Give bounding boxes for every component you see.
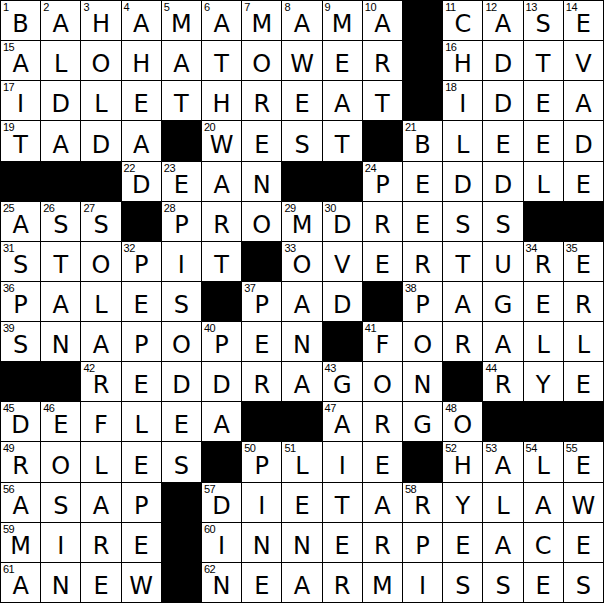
cell-letter: E <box>134 454 149 482</box>
cell-r9c10[interactable]: 41F <box>363 322 402 361</box>
cell-letter: E <box>254 333 269 361</box>
cell-r14c14[interactable]: C <box>524 523 563 562</box>
cell-r7c5[interactable]: I <box>162 242 201 281</box>
cell-r4c9[interactable]: T <box>323 121 362 160</box>
cell-r8c8[interactable]: A <box>282 282 321 321</box>
cell-r2c4[interactable]: H <box>122 41 161 80</box>
cell-letter: P <box>415 293 429 321</box>
cell-r2c9[interactable]: E <box>323 41 362 80</box>
cell-letter: L <box>135 413 148 441</box>
cell-r12c13[interactable]: 53A <box>483 442 522 481</box>
cell-r3c2[interactable]: D <box>41 81 80 120</box>
cell-letter: R <box>495 373 512 401</box>
cell-letter: A <box>133 12 149 40</box>
cell-r14c11[interactable]: P <box>403 523 442 562</box>
cell-r10c3[interactable]: 42R <box>81 362 120 401</box>
cell-letter: S <box>13 253 28 281</box>
clue-number: 39 <box>3 322 14 334</box>
cell-r13c9[interactable]: T <box>323 483 362 522</box>
cell-r7c6[interactable]: T <box>202 242 241 281</box>
cell-r7c4[interactable]: 32P <box>122 242 161 281</box>
cell-letter: A <box>495 454 511 482</box>
cell-letter: R <box>414 253 431 281</box>
cell-r7c9[interactable]: V <box>323 242 362 281</box>
block-cell-r10c1 <box>1 362 40 401</box>
cell-letter: I <box>218 534 225 562</box>
cell-letter: T <box>214 52 229 80</box>
clue-number: 51 <box>284 442 295 454</box>
cell-r8c15[interactable]: R <box>564 282 603 321</box>
cell-r3c7[interactable]: R <box>242 81 281 120</box>
cell-r10c10[interactable]: O <box>363 362 402 401</box>
cell-letter: S <box>13 333 28 361</box>
cell-letter: R <box>374 213 391 241</box>
clue-number: 52 <box>445 442 456 454</box>
cell-r2c10[interactable]: R <box>363 41 402 80</box>
cell-r4c7[interactable]: E <box>242 121 281 160</box>
cell-r3c3[interactable]: L <box>81 81 120 120</box>
cell-r11c9[interactable]: 47A <box>323 402 362 441</box>
cell-r2c8[interactable]: W <box>282 41 321 80</box>
cell-letter: B <box>12 12 28 40</box>
cell-r7c10[interactable]: E <box>363 242 402 281</box>
cell-r6c13[interactable]: S <box>483 202 522 241</box>
cell-r13c4[interactable]: P <box>122 483 161 522</box>
cell-r13c10[interactable]: A <box>363 483 402 522</box>
cell-letter: T <box>455 253 470 281</box>
cell-r11c2[interactable]: 46E <box>41 402 80 441</box>
cell-r9c15[interactable]: L <box>564 322 603 361</box>
block-cell-r11c7 <box>242 402 281 441</box>
cell-letter: A <box>213 413 229 441</box>
cell-r4c3[interactable]: D <box>81 121 120 160</box>
cell-r3c10[interactable]: T <box>363 81 402 120</box>
cell-r4c15[interactable]: D <box>564 121 603 160</box>
cell-r8c3[interactable]: L <box>81 282 120 321</box>
cell-r8c11[interactable]: 38P <box>403 282 442 321</box>
cell-r13c12[interactable]: Y <box>443 483 482 522</box>
cell-letter: N <box>293 534 311 562</box>
cell-r12c14[interactable]: 54L <box>524 442 563 481</box>
cell-letter: E <box>174 173 189 201</box>
cell-letter: R <box>12 454 29 482</box>
cell-letter: E <box>455 534 470 562</box>
cell-r14c2[interactable]: I <box>41 523 80 562</box>
clue-number: 15 <box>3 41 14 53</box>
cell-letter: T <box>375 92 390 120</box>
cell-letter: W <box>129 574 153 602</box>
cell-letter: M <box>171 12 192 40</box>
cell-r3c12[interactable]: 18I <box>443 81 482 120</box>
cell-letter: P <box>13 293 27 321</box>
cell-r8c13[interactable]: G <box>483 282 522 321</box>
cell-r7c12[interactable]: T <box>443 242 482 281</box>
cell-r15c11[interactable]: I <box>403 563 442 602</box>
cell-r1c5[interactable]: 5M <box>162 1 201 40</box>
cell-r3c15[interactable]: A <box>564 81 603 120</box>
cell-letter: A <box>173 52 189 80</box>
cell-r2c5[interactable]: A <box>162 41 201 80</box>
cell-r1c13[interactable]: 12A <box>483 1 522 40</box>
cell-r13c11[interactable]: 58R <box>403 483 442 522</box>
cell-letter: E <box>536 133 551 161</box>
cell-r5c15[interactable]: E <box>564 162 603 201</box>
clue-number: 32 <box>124 242 135 254</box>
cell-r12c4[interactable]: E <box>122 442 161 481</box>
cell-r15c15[interactable]: S <box>564 563 603 602</box>
cell-letter: N <box>52 574 70 602</box>
cell-r14c7[interactable]: N <box>242 523 281 562</box>
cell-r6c6[interactable]: R <box>202 202 241 241</box>
cell-r1c14[interactable]: 13S <box>524 1 563 40</box>
clue-number: 4 <box>124 1 130 13</box>
cell-r12c1[interactable]: 49R <box>1 442 40 481</box>
cell-r3c1[interactable]: 17I <box>1 81 40 120</box>
cell-r13c7[interactable]: I <box>242 483 281 522</box>
cell-r10c15[interactable]: E <box>564 362 603 401</box>
cell-letter: W <box>210 133 234 161</box>
cell-r7c11[interactable]: R <box>403 242 442 281</box>
cell-r14c4[interactable]: E <box>122 523 161 562</box>
cell-letter: D <box>574 133 592 161</box>
clue-number: 25 <box>3 202 14 214</box>
cell-r1c7[interactable]: 7M <box>242 1 281 40</box>
cell-letter: W <box>572 494 596 522</box>
cell-letter: L <box>456 133 469 161</box>
cell-r15c14[interactable]: E <box>524 563 563 602</box>
cell-r11c1[interactable]: 45D <box>1 402 40 441</box>
cell-r12c5[interactable]: S <box>162 442 201 481</box>
cell-r14c9[interactable]: E <box>323 523 362 562</box>
block-cell-r9c9 <box>323 322 362 361</box>
cell-r10c7[interactable]: R <box>242 362 281 401</box>
cell-r11c10[interactable]: R <box>363 402 402 441</box>
cell-letter: E <box>134 373 149 401</box>
cell-r9c14[interactable]: L <box>524 322 563 361</box>
block-cell-r6c14 <box>524 202 563 241</box>
cell-r9c7[interactable]: E <box>242 322 281 361</box>
clue-number: 48 <box>445 402 456 414</box>
cell-r4c1[interactable]: 19T <box>1 121 40 160</box>
cell-r5c10[interactable]: 24P <box>363 162 402 201</box>
cell-r10c4[interactable]: E <box>122 362 161 401</box>
cell-r4c11[interactable]: 21B <box>403 121 442 160</box>
cell-r2c7[interactable]: O <box>242 41 281 80</box>
cell-letter: A <box>53 12 69 40</box>
block-cell-r14c5 <box>162 523 201 562</box>
cell-r10c8[interactable]: A <box>282 362 321 401</box>
cell-r6c2[interactable]: 26S <box>41 202 80 241</box>
cell-r3c14[interactable]: E <box>524 81 563 120</box>
cell-r13c13[interactable]: L <box>483 483 522 522</box>
cell-r13c15[interactable]: W <box>564 483 603 522</box>
cell-letter: A <box>495 333 511 361</box>
cell-r6c7[interactable]: O <box>242 202 281 241</box>
cell-r2c14[interactable]: T <box>524 41 563 80</box>
cell-r9c6[interactable]: 40P <box>202 322 241 361</box>
cell-letter: L <box>537 333 550 361</box>
cell-r9c8[interactable]: N <box>282 322 321 361</box>
cell-letter: D <box>212 373 230 401</box>
cell-r3c6[interactable]: H <box>202 81 241 120</box>
cell-r9c4[interactable]: P <box>122 322 161 361</box>
cell-r5c12[interactable]: D <box>443 162 482 201</box>
cell-letter: E <box>536 92 551 120</box>
cell-letter: O <box>92 253 111 281</box>
cell-r1c6[interactable]: 6A <box>202 1 241 40</box>
cell-letter: P <box>134 494 148 522</box>
cell-letter: R <box>334 574 351 602</box>
cell-r11c5[interactable]: E <box>162 402 201 441</box>
cell-r10c6[interactable]: D <box>202 362 241 401</box>
clue-number: 62 <box>204 563 215 575</box>
block-cell-r5c3 <box>81 162 120 201</box>
cell-r10c5[interactable]: D <box>162 362 201 401</box>
cell-r8c5[interactable]: S <box>162 282 201 321</box>
block-cell-r8c6 <box>202 282 241 321</box>
cell-letter: O <box>413 333 432 361</box>
cell-r1c3[interactable]: 3H <box>81 1 120 40</box>
cell-r8c2[interactable]: A <box>41 282 80 321</box>
cell-letter: T <box>214 253 229 281</box>
cell-r14c1[interactable]: 59M <box>1 523 40 562</box>
clue-number: 49 <box>3 442 14 454</box>
cell-r15c1[interactable]: 61A <box>1 563 40 602</box>
cell-r12c12[interactable]: 52H <box>443 442 482 481</box>
cell-r15c3[interactable]: E <box>81 563 120 602</box>
cell-letter: E <box>576 454 591 482</box>
cell-r15c12[interactable]: S <box>443 563 482 602</box>
cell-letter: S <box>495 213 510 241</box>
block-cell-r6c4 <box>122 202 161 241</box>
cell-r12c7[interactable]: 50P <box>242 442 281 481</box>
cell-letter: R <box>535 253 552 281</box>
cell-r5c14[interactable]: L <box>524 162 563 201</box>
cell-letter: I <box>178 253 185 281</box>
cell-r5c7[interactable]: N <box>242 162 281 201</box>
cell-letter: S <box>495 574 510 602</box>
cell-r12c3[interactable]: L <box>81 442 120 481</box>
cell-r9c11[interactable]: O <box>403 322 442 361</box>
cell-letter: E <box>53 413 68 441</box>
cell-letter: P <box>174 213 188 241</box>
cell-r6c9[interactable]: 30D <box>323 202 362 241</box>
cell-r11c11[interactable]: G <box>403 402 442 441</box>
cell-letter: A <box>374 494 390 522</box>
cell-letter: S <box>174 454 189 482</box>
cell-r3c5[interactable]: T <box>162 81 201 120</box>
cell-letter: R <box>575 293 592 321</box>
cell-r10c11[interactable]: N <box>403 362 442 401</box>
cell-letter: S <box>53 213 68 241</box>
cell-r9c13[interactable]: A <box>483 322 522 361</box>
cell-r9c5[interactable]: O <box>162 322 201 361</box>
cell-r4c6[interactable]: 20W <box>202 121 241 160</box>
cell-r9c12[interactable]: R <box>443 322 482 361</box>
cell-r9c3[interactable]: A <box>81 322 120 361</box>
cell-r13c3[interactable]: A <box>81 483 120 522</box>
cell-r10c14[interactable]: Y <box>524 362 563 401</box>
block-cell-r6c15 <box>564 202 603 241</box>
cell-r7c13[interactable]: U <box>483 242 522 281</box>
clue-number: 9 <box>325 1 331 13</box>
cell-r12c8[interactable]: 51L <box>282 442 321 481</box>
cell-r8c7[interactable]: 37P <box>242 282 281 321</box>
clue-number: 10 <box>365 1 376 13</box>
cell-r15c10[interactable]: M <box>363 563 402 602</box>
cell-r3c8[interactable]: E <box>282 81 321 120</box>
cell-r15c2[interactable]: N <box>41 563 80 602</box>
cell-r1c10[interactable]: 10A <box>363 1 402 40</box>
cell-r6c11[interactable]: E <box>403 202 442 241</box>
block-cell-r10c12 <box>443 362 482 401</box>
cell-r5c11[interactable]: E <box>403 162 442 201</box>
cell-r6c1[interactable]: 25A <box>1 202 40 241</box>
cell-r15c9[interactable]: R <box>323 563 362 602</box>
cell-r5c4[interactable]: 22D <box>122 162 161 201</box>
cell-r1c15[interactable]: 14E <box>564 1 603 40</box>
clue-number: 5 <box>164 1 170 13</box>
cell-r13c8[interactable]: E <box>282 483 321 522</box>
cell-r3c9[interactable]: A <box>323 81 362 120</box>
cell-letter: S <box>576 574 591 602</box>
cell-r5c13[interactable]: D <box>483 162 522 201</box>
block-cell-r7c7 <box>242 242 281 281</box>
cell-r4c4[interactable]: A <box>122 121 161 160</box>
cell-r7c3[interactable]: O <box>81 242 120 281</box>
cell-r10c13[interactable]: 44R <box>483 362 522 401</box>
cell-r14c13[interactable]: A <box>483 523 522 562</box>
cell-letter: T <box>335 133 350 161</box>
cell-r4c12[interactable]: L <box>443 121 482 160</box>
cell-r5c6[interactable]: A <box>202 162 241 201</box>
cell-r4c14[interactable]: E <box>524 121 563 160</box>
cell-r12c10[interactable]: E <box>363 442 402 481</box>
cell-r3c13[interactable]: D <box>483 81 522 120</box>
cell-letter: S <box>455 213 470 241</box>
cell-r6c5[interactable]: 28P <box>162 202 201 241</box>
cell-r1c2[interactable]: 2A <box>41 1 80 40</box>
cell-letter: P <box>375 173 389 201</box>
cell-r1c4[interactable]: 4A <box>122 1 161 40</box>
cell-r13c2[interactable]: S <box>41 483 80 522</box>
cell-letter: E <box>134 92 149 120</box>
cell-r10c9[interactable]: 43G <box>323 362 362 401</box>
cell-letter: S <box>536 12 551 40</box>
cell-letter: A <box>12 213 28 241</box>
cell-r9c1[interactable]: 39S <box>1 322 40 361</box>
cell-r4c2[interactable]: A <box>41 121 80 160</box>
cell-r13c1[interactable]: 56A <box>1 483 40 522</box>
cell-r7c2[interactable]: T <box>41 242 80 281</box>
cell-letter: P <box>255 454 269 482</box>
cell-r2c15[interactable]: V <box>564 41 603 80</box>
cell-r1c9[interactable]: 9M <box>323 1 362 40</box>
cell-r15c8[interactable]: A <box>282 563 321 602</box>
cell-r15c4[interactable]: W <box>122 563 161 602</box>
cell-r12c2[interactable]: O <box>41 442 80 481</box>
cell-r7c8[interactable]: 33O <box>282 242 321 281</box>
cell-r8c12[interactable]: A <box>443 282 482 321</box>
cell-r7c15[interactable]: 35E <box>564 242 603 281</box>
cell-r1c1[interactable]: 1B <box>1 1 40 40</box>
cell-r13c14[interactable]: A <box>524 483 563 522</box>
cell-letter: E <box>536 293 551 321</box>
cell-letter: Y <box>455 494 470 522</box>
cell-r4c8[interactable]: S <box>282 121 321 160</box>
cell-r13c6[interactable]: 57D <box>202 483 241 522</box>
cell-letter: R <box>93 373 110 401</box>
cell-r6c8[interactable]: 29M <box>282 202 321 241</box>
cell-letter: D <box>52 92 70 120</box>
cell-letter: H <box>213 92 231 120</box>
cell-r1c8[interactable]: 8A <box>282 1 321 40</box>
block-cell-r11c15 <box>564 402 603 441</box>
cell-r4c13[interactable]: E <box>483 121 522 160</box>
cell-r8c4[interactable]: E <box>122 282 161 321</box>
cell-r2c1[interactable]: 15A <box>1 41 40 80</box>
cell-letter: O <box>252 52 271 80</box>
block-cell-r3c11 <box>403 81 442 120</box>
cell-letter: A <box>334 92 350 120</box>
cell-r12c9[interactable]: I <box>323 442 362 481</box>
cell-r2c13[interactable]: D <box>483 41 522 80</box>
clue-number: 36 <box>3 282 14 294</box>
cell-r5c5[interactable]: 23E <box>162 162 201 201</box>
cell-letter: R <box>374 413 391 441</box>
cell-r2c6[interactable]: T <box>202 41 241 80</box>
clue-number: 8 <box>284 1 290 13</box>
cell-r14c12[interactable]: E <box>443 523 482 562</box>
cell-letter: L <box>94 454 107 482</box>
clue-number: 7 <box>244 1 250 13</box>
cell-letter: S <box>93 213 108 241</box>
cell-r14c15[interactable]: E <box>564 523 603 562</box>
cell-r12c15[interactable]: 55E <box>564 442 603 481</box>
cell-r1c12[interactable]: 11C <box>443 1 482 40</box>
cell-r8c14[interactable]: E <box>524 282 563 321</box>
cell-r14c6[interactable]: 60I <box>202 523 241 562</box>
cell-letter: P <box>134 253 148 281</box>
cell-r8c9[interactable]: D <box>323 282 362 321</box>
cell-r9c2[interactable]: N <box>41 322 80 361</box>
cell-r8c1[interactable]: 36P <box>1 282 40 321</box>
cell-r11c3[interactable]: F <box>81 402 120 441</box>
cell-r6c10[interactable]: R <box>363 202 402 241</box>
cell-r11c6[interactable]: A <box>202 402 241 441</box>
cell-r14c10[interactable]: R <box>363 523 402 562</box>
cell-letter: D <box>333 213 351 241</box>
block-cell-r10c2 <box>41 362 80 401</box>
cell-r7c14[interactable]: 34R <box>524 242 563 281</box>
cell-r14c3[interactable]: R <box>81 523 120 562</box>
cell-r15c7[interactable]: E <box>242 563 281 602</box>
cell-r6c12[interactable]: S <box>443 202 482 241</box>
cell-r15c13[interactable]: S <box>483 563 522 602</box>
cell-r2c12[interactable]: 16H <box>443 41 482 80</box>
cell-letter: I <box>17 92 24 120</box>
cell-r6c3[interactable]: 27S <box>81 202 120 241</box>
cell-r15c6[interactable]: 62N <box>202 563 241 602</box>
cell-r7c1[interactable]: 31S <box>1 242 40 281</box>
cell-r11c12[interactable]: 48O <box>443 402 482 441</box>
cell-letter: A <box>294 574 310 602</box>
cell-r14c8[interactable]: N <box>282 523 321 562</box>
cell-r2c2[interactable]: L <box>41 41 80 80</box>
cell-r3c4[interactable]: E <box>122 81 161 120</box>
cell-r11c4[interactable]: L <box>122 402 161 441</box>
cell-r2c3[interactable]: O <box>81 41 120 80</box>
